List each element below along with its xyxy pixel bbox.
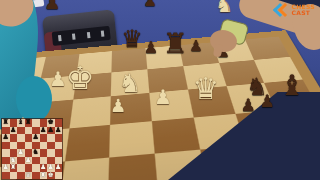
diagram-square: ♟ [55, 164, 63, 172]
diagram-square [40, 149, 48, 157]
diagram-square [2, 149, 10, 157]
board-piece-light-n: ♞ [118, 70, 141, 96]
diagram-square [32, 119, 40, 127]
diagram-piece-black-r: ♜ [3, 119, 9, 126]
diagram-square [2, 142, 10, 150]
diagram-square: ♟ [47, 127, 55, 135]
diagram-square [10, 142, 18, 150]
diagram-piece-white-r: ♜ [10, 164, 16, 171]
board-piece-light-k: ♚ [66, 62, 95, 94]
diagram-square [55, 142, 63, 150]
diagram-piece-black-p: ♟ [33, 134, 39, 141]
diagram-piece-white-p: ♟ [3, 164, 9, 171]
clock-digit-mark [101, 30, 105, 36]
diagram-piece-black-p: ♟ [55, 127, 61, 134]
board-piece-light-p: ♟ [110, 97, 126, 115]
diagram-piece-black-r: ♜ [25, 119, 31, 126]
diagram-square [32, 172, 40, 180]
diagram-square [40, 142, 48, 150]
left-player-elbow [16, 76, 52, 122]
diagram-piece-white-p: ♟ [55, 164, 61, 171]
diagram-square [2, 172, 10, 180]
diagram-square: ♜ [10, 164, 18, 172]
diagram-square: ♟ [2, 134, 10, 142]
diagram-square [47, 142, 55, 150]
diagram-piece-black-p: ♟ [3, 134, 9, 141]
diagram-piece-black-n: ♞ [33, 149, 39, 156]
diagram-square [10, 172, 18, 180]
diagram-square: ♜ [40, 172, 48, 180]
diagram-square [17, 157, 25, 165]
board-piece-dark-r: ♜ [162, 30, 187, 58]
diagram-square: ♟ [17, 149, 25, 157]
diagram-square [17, 127, 25, 135]
position-diagram: ♜♝♜♚♟♟♟♟♟♟♟♞♞♟♟♜♟♟♟♛♜♚ [2, 119, 62, 179]
diagram-square [55, 149, 63, 157]
diagram-square [55, 172, 63, 180]
diagram-square [17, 172, 25, 180]
clock-digit-mark [72, 34, 76, 40]
diagram-piece-white-q: ♛ [25, 172, 31, 179]
diagram-square: ♞ [32, 149, 40, 157]
diagram-square: ♟ [32, 134, 40, 142]
board-piece-dark-p: ♟ [259, 93, 274, 110]
diagram-square [17, 134, 25, 142]
diagram-square [25, 127, 33, 135]
diagram-square: ♜ [2, 119, 10, 127]
diagram-piece-white-p: ♟ [25, 157, 31, 164]
diagram-square [25, 142, 33, 150]
diagram-piece-black-p: ♟ [10, 127, 16, 134]
diagram-square: ♟ [40, 127, 48, 135]
diagram-square: ♛ [25, 172, 33, 180]
clock-digit-mark [87, 32, 91, 38]
broadcaster-logo: CHESS CAST [275, 4, 315, 16]
broadcast-frame: CHESS CAST ♜♝♜♚♟♟♟♟♟♟♟♞♞♟♟♜♟♟♟♛♜♚ ♟♟♞♟♚♛… [0, 0, 320, 180]
board-piece-dark-q: ♛ [121, 27, 143, 51]
diagram-square [40, 134, 48, 142]
diagram-square [47, 134, 55, 142]
diagram-piece-black-b: ♝ [18, 119, 24, 126]
diagram-square: ♝ [17, 119, 25, 127]
diagram-square [25, 134, 33, 142]
board-piece-light-p: ♟ [49, 69, 67, 89]
diagram-square [47, 149, 55, 157]
diagram-square [55, 134, 63, 142]
diagram-square [10, 134, 18, 142]
board-piece-dark-p: ♟ [144, 40, 158, 56]
diagram-square: ♟ [10, 127, 18, 135]
captured-piece-dark-p: ♟ [143, 0, 156, 9]
diagram-piece-black-p: ♟ [48, 127, 54, 134]
diagram-square: ♟ [2, 164, 10, 172]
board-piece-dark-p: ♟ [189, 39, 202, 54]
board-piece-light-p: ♟ [154, 87, 172, 107]
diagram-square [17, 164, 25, 172]
diagram-square [32, 157, 40, 165]
diagram-piece-black-p: ♟ [40, 127, 46, 134]
board-piece-light-q: ♛ [193, 74, 220, 104]
board-piece-dark-b: ♝ [279, 72, 304, 100]
board-piece-dark-p: ♟ [240, 97, 255, 114]
logo-text: CHESS CAST [292, 4, 315, 16]
diagram-square: ♟ [25, 157, 33, 165]
diagram-piece-white-p: ♟ [18, 149, 24, 156]
diagram-square [32, 164, 40, 172]
diagram-piece-white-r: ♜ [40, 172, 46, 179]
diagram-square: ♜ [25, 119, 33, 127]
clock-digit-mark [58, 35, 62, 41]
diagram-square: ♟ [55, 127, 63, 135]
captured-piece-light-n: ♞ [215, 0, 233, 15]
diagram-piece-white-k: ♚ [48, 172, 54, 179]
logo-line2: CAST [292, 10, 315, 16]
captured-piece-dark-p: ♟ [44, 0, 60, 12]
diagram-square: ♚ [47, 172, 55, 180]
